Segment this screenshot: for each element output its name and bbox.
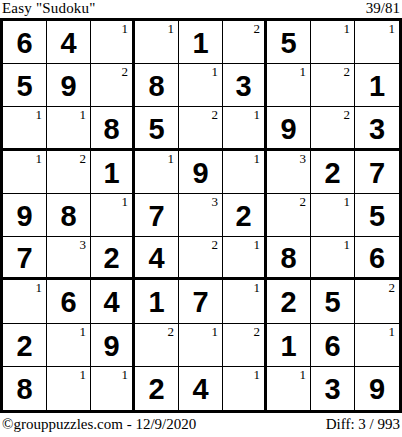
cell-r4c1[interactable]: 1 <box>3 151 47 194</box>
cell-r4c9[interactable]: 7 <box>355 151 399 194</box>
cell-r4c7[interactable]: 3 <box>267 151 311 194</box>
pencil-mark: 2 <box>212 107 219 122</box>
cell-r7c7[interactable]: 2 <box>267 280 311 323</box>
cell-value: 5 <box>324 285 340 317</box>
pencil-mark: 1 <box>344 237 351 252</box>
cell-value: 7 <box>192 285 208 317</box>
cell-r6c3[interactable]: 2 <box>91 237 135 280</box>
cell-r5c6[interactable]: 2 <box>223 194 267 237</box>
cell-r5c7[interactable]: 2 <box>267 194 311 237</box>
cell-value: 2 <box>103 241 119 273</box>
cell-r6c9[interactable]: 6 <box>355 237 399 280</box>
cell-r1c1[interactable]: 6 <box>3 21 47 64</box>
cell-r3c3[interactable]: 8 <box>91 107 135 150</box>
cell-r5c5[interactable]: 3 <box>179 194 223 237</box>
pencil-mark: 1 <box>254 151 261 166</box>
cell-value: 4 <box>192 372 208 404</box>
cell-r2c3[interactable]: 2 <box>91 64 135 107</box>
cell-value: 2 <box>280 285 296 317</box>
cell-value: 2 <box>148 372 164 404</box>
header: Easy "Sudoku" 39/81 <box>0 0 402 18</box>
pencil-mark: 1 <box>122 194 129 209</box>
cell-r8c9[interactable]: 1 <box>355 324 399 367</box>
pencil-mark: 1 <box>300 64 307 79</box>
cell-r4c5[interactable]: 9 <box>179 151 223 194</box>
pencil-mark: 1 <box>168 21 175 36</box>
cell-r8c5[interactable]: 1 <box>179 324 223 367</box>
pencil-mark: 3 <box>80 237 87 252</box>
cell-r7c5[interactable]: 7 <box>179 280 223 323</box>
pencil-mark: 1 <box>212 324 219 339</box>
cell-r6c7[interactable]: 8 <box>267 237 311 280</box>
cell-r7c2[interactable]: 6 <box>47 280 91 323</box>
pencil-mark: 1 <box>254 280 261 295</box>
pencil-mark: 2 <box>212 237 219 252</box>
cell-r1c5[interactable]: 1 <box>179 21 223 64</box>
cell-value: 1 <box>369 69 385 101</box>
pencil-mark: 1 <box>254 367 261 382</box>
cell-r7c6[interactable]: 1 <box>223 280 267 323</box>
pencil-mark: 1 <box>344 194 351 209</box>
cell-r4c4[interactable]: 1 <box>135 151 179 194</box>
cell-value: 3 <box>324 372 340 404</box>
cell-value: 8 <box>16 372 32 404</box>
cell-value: 9 <box>280 112 296 144</box>
cell-r5c8[interactable]: 1 <box>311 194 355 237</box>
cell-r3c9[interactable]: 3 <box>355 107 399 150</box>
cell-r1c8[interactable]: 1 <box>311 21 355 64</box>
cell-r9c4[interactable]: 2 <box>135 367 179 410</box>
cell-r8c1[interactable]: 2 <box>3 324 47 367</box>
cell-value: 9 <box>192 156 208 188</box>
cell-r4c2[interactable]: 2 <box>47 151 91 194</box>
pencil-mark: 1 <box>212 64 219 79</box>
pencil-mark: 1 <box>36 107 43 122</box>
cell-value: 6 <box>60 285 76 317</box>
cell-value: 2 <box>16 329 32 361</box>
cell-r2c9[interactable]: 1 <box>355 64 399 107</box>
cell-r9c6[interactable]: 1 <box>223 367 267 410</box>
cell-value: 7 <box>148 199 164 231</box>
cell-r3c1[interactable]: 1 <box>3 107 47 150</box>
cell-r4c6[interactable]: 1 <box>223 151 267 194</box>
cell-r3c8[interactable]: 2 <box>311 107 355 150</box>
cell-r6c1[interactable]: 7 <box>3 237 47 280</box>
pencil-mark: 2 <box>344 107 351 122</box>
cell-value: 2 <box>235 199 251 231</box>
pencil-mark: 2 <box>254 324 261 339</box>
cell-r9c7[interactable]: 1 <box>267 367 311 410</box>
cell-r2c2[interactable]: 9 <box>47 64 91 107</box>
cell-value: 9 <box>16 199 32 231</box>
cell-r6c6[interactable]: 1 <box>223 237 267 280</box>
pencil-mark: 2 <box>344 64 351 79</box>
cell-value: 6 <box>369 241 385 273</box>
pencil-mark: 1 <box>80 367 87 382</box>
pencil-mark: 1 <box>344 21 351 36</box>
cell-value: 1 <box>148 285 164 317</box>
cell-value: 9 <box>369 372 385 404</box>
copyright-text: ©grouppuzzles.com - 12/9/2020 <box>2 416 196 433</box>
cell-value: 9 <box>60 69 76 101</box>
cell-value: 2 <box>324 156 340 188</box>
pencil-mark: 1 <box>389 324 396 339</box>
cell-value: 6 <box>16 26 32 58</box>
pencil-mark: 1 <box>36 151 43 166</box>
cell-r3c2[interactable]: 1 <box>47 107 91 150</box>
pencil-mark: 1 <box>254 237 261 252</box>
cell-r2c6[interactable]: 3 <box>223 64 267 107</box>
cell-value: 5 <box>16 69 32 101</box>
cell-r9c3[interactable]: 1 <box>91 367 135 410</box>
cell-r3c5[interactable]: 2 <box>179 107 223 150</box>
cell-value: 1 <box>192 26 208 58</box>
cell-value: 6 <box>324 329 340 361</box>
cell-r1c4[interactable]: 1 <box>135 21 179 64</box>
cell-r5c2[interactable]: 8 <box>47 194 91 237</box>
cell-value: 8 <box>103 112 119 144</box>
pencil-mark: 1 <box>80 324 87 339</box>
pencil-mark: 2 <box>80 151 87 166</box>
cell-r2c8[interactable]: 2 <box>311 64 355 107</box>
puzzle-title: Easy "Sudoku" <box>2 0 96 16</box>
cell-r7c1[interactable]: 1 <box>3 280 47 323</box>
cell-value: 8 <box>148 69 164 101</box>
cell-r6c5[interactable]: 2 <box>179 237 223 280</box>
pencil-mark: 2 <box>389 280 396 295</box>
cell-value: 7 <box>369 156 385 188</box>
pencil-mark: 3 <box>300 151 307 166</box>
cell-r2c5[interactable]: 1 <box>179 64 223 107</box>
pencil-mark: 1 <box>254 107 261 122</box>
cell-value: 5 <box>148 112 164 144</box>
cell-r2c1[interactable]: 5 <box>3 64 47 107</box>
cell-r9c2[interactable]: 1 <box>47 367 91 410</box>
pencil-mark: 2 <box>168 324 175 339</box>
cell-r1c9[interactable]: 1 <box>355 21 399 64</box>
cell-r1c2[interactable]: 4 <box>47 21 91 64</box>
pencil-mark: 2 <box>122 64 129 79</box>
cell-value: 4 <box>148 241 164 273</box>
cell-value: 5 <box>280 26 296 58</box>
difficulty-rating: Diff: 3 / 993 <box>326 416 400 433</box>
sudoku-page: { "game": "sudoku", "position": "64..1.5… <box>0 0 402 437</box>
cell-value: 3 <box>369 112 385 144</box>
cell-r9c1[interactable]: 8 <box>3 367 47 410</box>
cell-value: 5 <box>369 199 385 231</box>
pencil-mark: 2 <box>300 194 307 209</box>
pencil-mark: 1 <box>122 367 129 382</box>
cell-r1c7[interactable]: 5 <box>267 21 311 64</box>
cell-value: 8 <box>60 199 76 231</box>
cell-r3c6[interactable]: 1 <box>223 107 267 150</box>
sudoku-board: 6411125115928131211185219231211913279817… <box>0 18 402 413</box>
cell-r4c3[interactable]: 1 <box>91 151 135 194</box>
pencil-mark: 1 <box>389 21 396 36</box>
cell-r3c7[interactable]: 9 <box>267 107 311 150</box>
cell-value: 1 <box>103 156 119 188</box>
pencil-mark: 2 <box>254 21 261 36</box>
cell-r9c9[interactable]: 9 <box>355 367 399 410</box>
cell-r8c2[interactable]: 1 <box>47 324 91 367</box>
cell-r8c8[interactable]: 6 <box>311 324 355 367</box>
pencil-mark: 1 <box>80 107 87 122</box>
cell-r8c6[interactable]: 2 <box>223 324 267 367</box>
cell-r5c1[interactable]: 9 <box>3 194 47 237</box>
cell-r8c3[interactable]: 9 <box>91 324 135 367</box>
pencil-mark: 1 <box>300 367 307 382</box>
cell-value: 4 <box>103 285 119 317</box>
cell-r1c6[interactable]: 2 <box>223 21 267 64</box>
cell-r7c3[interactable]: 4 <box>91 280 135 323</box>
cell-r7c9[interactable]: 2 <box>355 280 399 323</box>
cell-value: 8 <box>280 241 296 273</box>
cell-r6c8[interactable]: 1 <box>311 237 355 280</box>
cell-r9c8[interactable]: 3 <box>311 367 355 410</box>
cell-r5c4[interactable]: 7 <box>135 194 179 237</box>
cell-value: 4 <box>60 26 76 58</box>
pencil-mark: 1 <box>168 151 175 166</box>
cell-r2c7[interactable]: 1 <box>267 64 311 107</box>
cell-r6c4[interactable]: 4 <box>135 237 179 280</box>
cell-r9c5[interactable]: 4 <box>179 367 223 410</box>
cell-r8c4[interactable]: 2 <box>135 324 179 367</box>
cell-r7c8[interactable]: 5 <box>311 280 355 323</box>
cell-r7c4[interactable]: 1 <box>135 280 179 323</box>
cell-r8c7[interactable]: 1 <box>267 324 311 367</box>
cell-r2c4[interactable]: 8 <box>135 64 179 107</box>
cell-r5c3[interactable]: 1 <box>91 194 135 237</box>
cell-value: 9 <box>103 329 119 361</box>
pencil-mark: 3 <box>212 194 219 209</box>
progress-counter: 39/81 <box>366 0 400 16</box>
footer: ©grouppuzzles.com - 12/9/2020 Diff: 3 / … <box>0 416 402 437</box>
cell-value: 1 <box>280 329 296 361</box>
cell-r3c4[interactable]: 5 <box>135 107 179 150</box>
cell-value: 7 <box>16 241 32 273</box>
cell-r1c3[interactable]: 1 <box>91 21 135 64</box>
pencil-mark: 1 <box>122 21 129 36</box>
cell-r6c2[interactable]: 3 <box>47 237 91 280</box>
cell-r5c9[interactable]: 5 <box>355 194 399 237</box>
cell-value: 3 <box>235 69 251 101</box>
pencil-mark: 1 <box>36 280 43 295</box>
cell-r4c8[interactable]: 2 <box>311 151 355 194</box>
